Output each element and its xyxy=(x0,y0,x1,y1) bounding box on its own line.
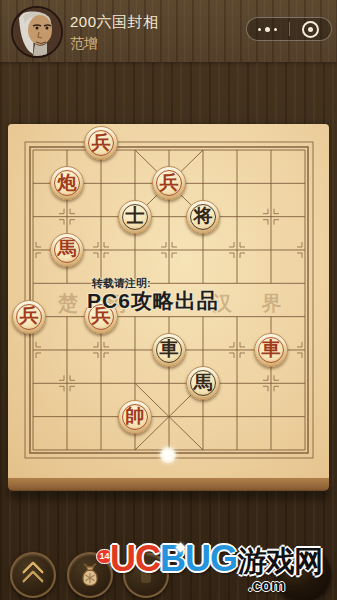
app-header: 200六国封相 范增 xyxy=(0,0,337,62)
watermark-source: PC6攻略出品 xyxy=(87,287,219,315)
money-bag-icon xyxy=(76,561,104,589)
more-icon xyxy=(256,27,279,32)
close-icon xyxy=(302,21,319,38)
piece-red-horse[interactable]: 馬 xyxy=(50,233,84,267)
logo-text-red: UC xyxy=(110,538,160,579)
level-title: 200六国封相 xyxy=(70,13,159,32)
logo-domain: .com xyxy=(248,577,285,595)
exit-button[interactable] xyxy=(290,18,332,40)
avatar-portrait xyxy=(13,8,61,56)
piece-red-soldier[interactable]: 兵 xyxy=(84,126,118,160)
piece-black-general[interactable]: 将 xyxy=(186,200,220,234)
logo-text-cn: 游戏网 xyxy=(238,545,322,577)
piece-black-advisor[interactable]: 士 xyxy=(118,200,152,234)
board-bevel xyxy=(8,478,329,491)
piece-black-chariot[interactable]: 車 xyxy=(152,333,186,367)
piece-red-soldier[interactable]: 兵 xyxy=(12,300,46,334)
move-indicator-dot xyxy=(160,447,176,463)
wechat-capsule xyxy=(246,17,332,41)
avatar[interactable] xyxy=(11,6,63,58)
river-label-right: 汉 界 xyxy=(212,290,294,317)
opponent-name: 范增 xyxy=(70,35,98,53)
piece-red-general[interactable]: 帥 xyxy=(118,400,152,434)
ucbug-watermark-logo: UCBUG游戏网 .com xyxy=(110,538,322,582)
chevron-up-icon xyxy=(25,564,41,589)
logo-text-blue: BUG xyxy=(160,538,237,579)
more-button[interactable] xyxy=(247,18,289,40)
expand-button[interactable] xyxy=(10,552,56,598)
piece-red-chariot[interactable]: 車 xyxy=(254,333,288,367)
app-screen: 200六国封相 范增 楚 河 汉 界 兵炮兵士将馬兵兵車車馬帥 转载请注明: P… xyxy=(0,0,337,600)
